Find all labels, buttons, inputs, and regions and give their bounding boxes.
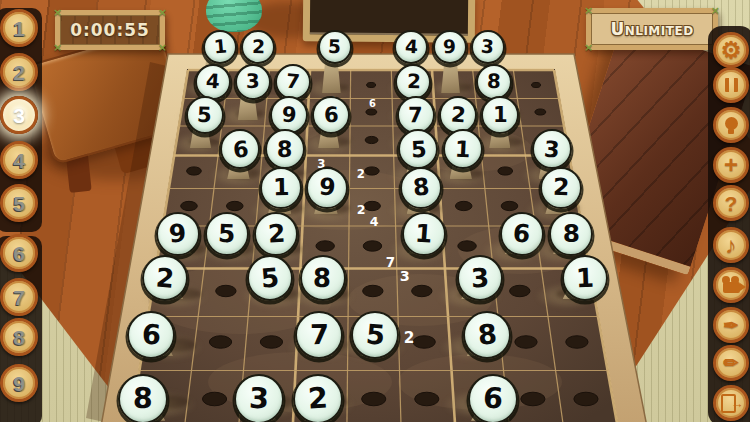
- pencil-note: 3: [400, 268, 410, 284]
- board-peg-r2c3[interactable]: 7: [275, 64, 311, 100]
- board-peg-r2c2[interactable]: 3: [235, 64, 271, 100]
- peg-number: 2: [450, 104, 466, 126]
- number-button-label: 4: [13, 150, 25, 171]
- pencil-note: 2: [357, 202, 366, 217]
- pencil-note: 2: [404, 329, 415, 347]
- peg-number: 3: [470, 265, 489, 292]
- peg-number: 9: [168, 221, 187, 247]
- peg-number: 6: [324, 104, 339, 126]
- bamboo-tie-icon: ×: [584, 5, 593, 16]
- board-peg-r9c7[interactable]: 6: [468, 374, 518, 422]
- peg-number: 4: [404, 37, 418, 56]
- board-peg-r6c2[interactable]: 5: [205, 212, 249, 256]
- peg-number: 5: [410, 137, 427, 160]
- board-peg-r1c8[interactable]: 3: [471, 30, 505, 64]
- toolbar-help-button[interactable]: ?: [713, 185, 749, 221]
- toolbar-replay-button[interactable]: [713, 267, 749, 303]
- board-peg-r1c1[interactable]: 1: [203, 30, 237, 64]
- peg-number: 8: [486, 72, 500, 92]
- timer-value: 0:00:55: [70, 20, 150, 40]
- peg-number: 1: [272, 176, 289, 200]
- video-camera-icon: [723, 282, 740, 293]
- number-button-8[interactable]: 8: [0, 318, 38, 356]
- peg-number: 5: [197, 104, 212, 126]
- peg-number: 6: [141, 321, 161, 349]
- board-peg-r7c4[interactable]: 8: [300, 255, 346, 301]
- peg-number: 8: [277, 138, 293, 161]
- number-button-3[interactable]: 3: [0, 96, 38, 134]
- pencil-note: 6: [369, 98, 376, 109]
- peg-number: 8: [132, 385, 152, 414]
- peg-number: 2: [307, 384, 328, 414]
- number-button-label: 1: [13, 18, 25, 39]
- number-button-5[interactable]: 5: [0, 184, 38, 222]
- bamboo-tie-icon: ×: [53, 42, 62, 53]
- board-peg-r6c6[interactable]: 1: [402, 212, 446, 256]
- peg-number: 3: [249, 384, 270, 413]
- number-button-9[interactable]: 9: [0, 364, 38, 402]
- peg-number: 2: [252, 38, 265, 57]
- toolbar-music-button[interactable]: ♪: [713, 227, 749, 263]
- number-button-4[interactable]: 4: [0, 141, 38, 179]
- number-button-label: 7: [13, 287, 25, 308]
- peg-number: 8: [477, 321, 498, 350]
- bamboo-tie-icon: ×: [158, 7, 167, 18]
- board-peg-r4c3[interactable]: 8: [265, 129, 305, 169]
- peg-number: 2: [267, 221, 286, 247]
- bamboo-tie-icon: ×: [53, 7, 62, 18]
- peg-number: 2: [406, 72, 420, 92]
- peg-number: 4: [205, 72, 220, 93]
- board-peg-r4c7[interactable]: 1: [443, 129, 483, 169]
- peg-number: 3: [246, 72, 260, 92]
- peg-number: 5: [365, 321, 386, 350]
- question-icon: ?: [725, 193, 738, 214]
- board-peg-r6c3[interactable]: 2: [254, 212, 298, 256]
- board-peg-r6c1[interactable]: 9: [156, 212, 200, 256]
- number-button-2[interactable]: 2: [0, 53, 38, 91]
- number-button-label: 5: [13, 193, 25, 214]
- peg-number: 6: [512, 221, 531, 247]
- peg-number: 1: [493, 104, 508, 125]
- number-button-label: 3: [13, 105, 25, 126]
- number-button-label: 9: [13, 373, 25, 394]
- board-peg-r1c4[interactable]: 5: [318, 30, 352, 64]
- board-peg-r5c6[interactable]: 8: [400, 167, 442, 209]
- board-peg-r7c7[interactable]: 3: [457, 255, 503, 301]
- bamboo-tie-icon: ×: [584, 42, 593, 53]
- pencil-note: 2: [357, 167, 365, 181]
- peg-number: 1: [414, 221, 433, 247]
- pen-icon: ✒: [723, 316, 739, 335]
- board-peg-r5c9[interactable]: 2: [540, 167, 582, 209]
- peg-number: 2: [155, 264, 175, 292]
- timer-plaque: × × × × 0:00:55: [55, 10, 165, 50]
- pencil-note: 4: [370, 214, 379, 229]
- toolbar-settings-button[interactable]: ⚙: [713, 32, 749, 68]
- peg-number: 9: [443, 37, 457, 56]
- toolbar-exit-button[interactable]: [713, 385, 749, 421]
- board-peg-r3c3[interactable]: 9: [270, 96, 308, 134]
- pencil-icon: ✏: [723, 354, 738, 372]
- board-peg-r2c1[interactable]: 4: [195, 64, 231, 100]
- toolbar-zoom-in-button[interactable]: +: [713, 147, 749, 183]
- board-peg-r2c8[interactable]: 8: [476, 64, 512, 100]
- number-button-label: 8: [13, 327, 25, 348]
- board-peg-r3c1[interactable]: 5: [186, 96, 224, 134]
- peg-number: 1: [213, 37, 228, 57]
- board-peg-r1c7[interactable]: 9: [433, 30, 467, 64]
- peg-number: 1: [454, 137, 471, 160]
- peg-number: 9: [318, 176, 336, 201]
- peg-number: 1: [575, 265, 594, 292]
- number-button-6[interactable]: 6: [0, 234, 38, 272]
- toolbar-pencil-notes-button[interactable]: ✏: [713, 345, 749, 381]
- peg-number: 8: [563, 222, 580, 247]
- board-peg-r6c9[interactable]: 8: [549, 212, 593, 256]
- number-button-label: 6: [13, 243, 25, 264]
- exit-door-icon: [721, 394, 736, 413]
- peg-number: 5: [260, 264, 280, 292]
- board-peg-r7c1[interactable]: 2: [142, 255, 188, 301]
- board-peg-r4c9[interactable]: 3: [532, 129, 572, 169]
- bamboo-tie-icon: ×: [711, 5, 720, 16]
- peg-number: 7: [285, 72, 300, 93]
- peg-number: 7: [310, 321, 329, 349]
- peg-number: 3: [481, 37, 495, 56]
- board-peg-r7c3[interactable]: 5: [247, 255, 293, 301]
- board-peg-r3c7[interactable]: 2: [439, 96, 477, 134]
- peg-number: 6: [482, 384, 504, 414]
- plus-icon: +: [724, 153, 738, 177]
- peg-number: 2: [552, 176, 569, 200]
- board-peg-r3c8[interactable]: 1: [481, 96, 519, 134]
- number-button-1[interactable]: 1: [0, 9, 38, 47]
- toolbar-pause-button[interactable]: [713, 67, 749, 103]
- bamboo-tie-icon: ×: [158, 42, 167, 53]
- toolbar-pen-button[interactable]: ✒: [713, 307, 749, 343]
- peg-number: 5: [218, 221, 236, 246]
- toolbar-hint-button[interactable]: [713, 107, 749, 143]
- number-button-label: 2: [13, 62, 25, 83]
- peg-number: 7: [408, 104, 423, 125]
- peg-number: 9: [281, 104, 297, 126]
- game-screen: 463224732 125493437285967216851319829521…: [0, 0, 750, 422]
- mode-value: Unlimited: [610, 19, 693, 39]
- board-peg-r5c3[interactable]: 1: [260, 167, 302, 209]
- lightbulb-icon: [725, 117, 738, 130]
- board-peg-r9c4[interactable]: 2: [293, 374, 343, 422]
- board-peg-r7c9[interactable]: 1: [562, 255, 608, 301]
- peg-number: 5: [328, 37, 342, 56]
- peg-number: 8: [313, 265, 332, 291]
- board-peg-r9c1[interactable]: 8: [118, 374, 168, 422]
- board-peg-r9c3[interactable]: 3: [234, 374, 284, 422]
- mode-plaque: × × × × Unlimited: [586, 8, 718, 50]
- peg-number: 8: [412, 176, 430, 201]
- number-button-7[interactable]: 7: [0, 278, 38, 316]
- pencil-note: 7: [386, 254, 395, 270]
- peg-number: 6: [232, 137, 249, 161]
- pause-icon: [725, 78, 738, 92]
- board-peg-r6c8[interactable]: 6: [500, 212, 544, 256]
- music-note-icon: ♪: [725, 234, 737, 257]
- gear-icon: ⚙: [721, 39, 742, 62]
- peg-number: 3: [543, 137, 560, 160]
